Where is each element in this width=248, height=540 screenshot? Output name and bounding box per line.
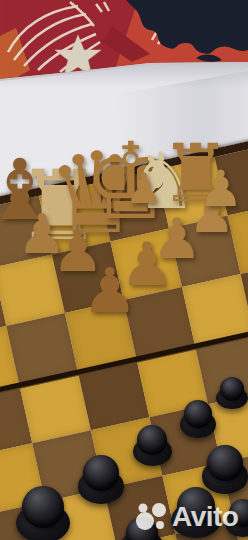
white-pawn: ♟ [199, 164, 244, 214]
avito-logo-icon [136, 501, 169, 532]
black-piece-top [137, 425, 167, 455]
photo-scene: ♝♜♛♚♞♜♟♟♟♟♟♟♟♟ Avito [0, 0, 248, 540]
pieces-layer: ♝♜♛♚♞♜♟♟♟♟♟♟♟♟ [0, 0, 248, 540]
avito-watermark-text: Avito [172, 503, 238, 531]
black-piece-top [207, 445, 243, 481]
black-piece-top [22, 486, 64, 528]
black-piece-top [220, 377, 244, 401]
black-piece-top [184, 400, 212, 428]
avito-watermark: Avito [136, 501, 238, 532]
white-pawn: ♟ [125, 168, 163, 210]
black-piece-top [83, 455, 119, 491]
